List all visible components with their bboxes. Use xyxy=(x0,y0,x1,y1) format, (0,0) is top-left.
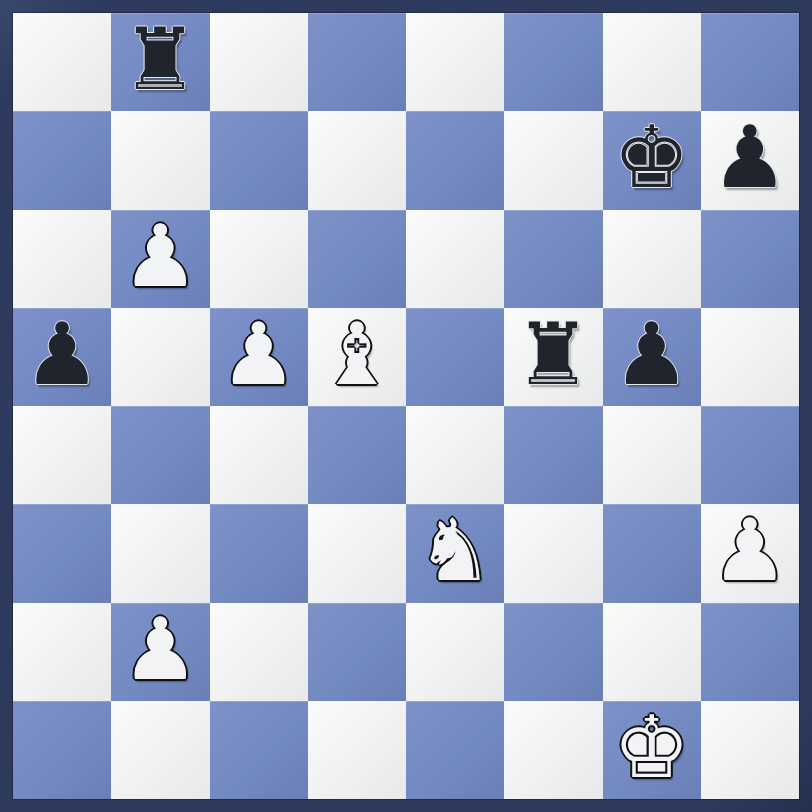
square-d2[interactable] xyxy=(308,603,406,701)
square-a7[interactable] xyxy=(13,111,111,209)
square-h7[interactable]: ♟ xyxy=(701,111,799,209)
square-g2[interactable] xyxy=(603,603,701,701)
piece-white-knight-e3[interactable]: ♞ xyxy=(417,507,494,593)
square-h3[interactable]: ♟ xyxy=(701,504,799,602)
square-h8[interactable] xyxy=(701,13,799,111)
square-g8[interactable] xyxy=(603,13,701,111)
square-b8[interactable]: ♜ xyxy=(111,13,209,111)
square-g1[interactable]: ♚ xyxy=(603,701,701,799)
square-e1[interactable] xyxy=(406,701,504,799)
square-b1[interactable] xyxy=(111,701,209,799)
square-h5[interactable] xyxy=(701,308,799,406)
square-a8[interactable] xyxy=(13,13,111,111)
square-c3[interactable] xyxy=(210,504,308,602)
square-d8[interactable] xyxy=(308,13,406,111)
square-d1[interactable] xyxy=(308,701,406,799)
square-c2[interactable] xyxy=(210,603,308,701)
square-e5[interactable] xyxy=(406,308,504,406)
square-g6[interactable] xyxy=(603,210,701,308)
piece-white-pawn-c5[interactable]: ♟ xyxy=(220,311,297,397)
square-a4[interactable] xyxy=(13,406,111,504)
piece-white-pawn-b6[interactable]: ♟ xyxy=(122,213,199,299)
square-f5[interactable]: ♜ xyxy=(504,308,602,406)
square-h2[interactable] xyxy=(701,603,799,701)
square-d7[interactable] xyxy=(308,111,406,209)
square-g5[interactable]: ♟ xyxy=(603,308,701,406)
square-e3[interactable]: ♞ xyxy=(406,504,504,602)
piece-black-pawn-g5[interactable]: ♟ xyxy=(613,311,690,397)
square-h4[interactable] xyxy=(701,406,799,504)
square-a6[interactable] xyxy=(13,210,111,308)
square-f8[interactable] xyxy=(504,13,602,111)
square-f3[interactable] xyxy=(504,504,602,602)
square-e6[interactable] xyxy=(406,210,504,308)
piece-white-pawn-h3[interactable]: ♟ xyxy=(711,507,788,593)
piece-black-rook-f5[interactable]: ♜ xyxy=(515,311,592,397)
square-c8[interactable] xyxy=(210,13,308,111)
square-c1[interactable] xyxy=(210,701,308,799)
square-f1[interactable] xyxy=(504,701,602,799)
square-b6[interactable]: ♟ xyxy=(111,210,209,308)
square-d4[interactable] xyxy=(308,406,406,504)
square-c4[interactable] xyxy=(210,406,308,504)
square-e8[interactable] xyxy=(406,13,504,111)
square-c7[interactable] xyxy=(210,111,308,209)
square-d3[interactable] xyxy=(308,504,406,602)
piece-black-pawn-h7[interactable]: ♟ xyxy=(711,114,788,200)
square-a5[interactable]: ♟ xyxy=(13,308,111,406)
piece-black-king-g7[interactable]: ♚ xyxy=(613,114,690,200)
square-b5[interactable] xyxy=(111,308,209,406)
square-h6[interactable] xyxy=(701,210,799,308)
piece-white-pawn-b2[interactable]: ♟ xyxy=(122,606,199,692)
square-g4[interactable] xyxy=(603,406,701,504)
piece-white-king-g1[interactable]: ♚ xyxy=(613,704,690,790)
square-f4[interactable] xyxy=(504,406,602,504)
square-b4[interactable] xyxy=(111,406,209,504)
square-e4[interactable] xyxy=(406,406,504,504)
piece-black-rook-b8[interactable]: ♜ xyxy=(122,16,199,102)
square-g3[interactable] xyxy=(603,504,701,602)
square-d6[interactable] xyxy=(308,210,406,308)
square-f6[interactable] xyxy=(504,210,602,308)
chess-board: ♜♚♟♟♟♟♝♜♟♞♟♟♚ xyxy=(13,13,799,799)
square-h1[interactable] xyxy=(701,701,799,799)
square-a1[interactable] xyxy=(13,701,111,799)
square-b7[interactable] xyxy=(111,111,209,209)
square-a2[interactable] xyxy=(13,603,111,701)
square-d5[interactable]: ♝ xyxy=(308,308,406,406)
square-e7[interactable] xyxy=(406,111,504,209)
square-c5[interactable]: ♟ xyxy=(210,308,308,406)
square-b3[interactable] xyxy=(111,504,209,602)
square-f7[interactable] xyxy=(504,111,602,209)
square-c6[interactable] xyxy=(210,210,308,308)
square-b2[interactable]: ♟ xyxy=(111,603,209,701)
square-a3[interactable] xyxy=(13,504,111,602)
square-g7[interactable]: ♚ xyxy=(603,111,701,209)
piece-black-pawn-a5[interactable]: ♟ xyxy=(24,311,101,397)
square-e2[interactable] xyxy=(406,603,504,701)
piece-white-bishop-d5[interactable]: ♝ xyxy=(318,311,395,397)
square-f2[interactable] xyxy=(504,603,602,701)
chess-board-frame: ♜♚♟♟♟♟♝♜♟♞♟♟♚ xyxy=(0,0,812,812)
